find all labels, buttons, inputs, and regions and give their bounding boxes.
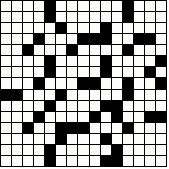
black-cell-r2c5 xyxy=(45,12,55,22)
black-cell-r7c10 xyxy=(101,67,111,77)
white-cell-r13c12[interactable] xyxy=(123,134,133,144)
black-cell-r4c9 xyxy=(90,34,100,44)
white-cell-r1c4[interactable] xyxy=(34,1,44,11)
white-cell-r8c7[interactable] xyxy=(67,78,77,88)
white-cell-r14c1[interactable] xyxy=(1,145,11,155)
white-cell-r1c3[interactable] xyxy=(23,1,33,11)
white-cell-r3c4[interactable] xyxy=(34,23,44,33)
white-cell-r6c3[interactable] xyxy=(23,56,33,66)
white-cell-r1c14[interactable] xyxy=(145,1,155,11)
white-cell-r8c5[interactable] xyxy=(45,78,55,88)
white-cell-r9c15[interactable] xyxy=(156,90,166,100)
white-cell-r13c9[interactable] xyxy=(90,134,100,144)
white-cell-r10c7[interactable] xyxy=(67,101,77,111)
white-cell-r2c13[interactable] xyxy=(134,12,144,22)
white-cell-r3c11[interactable] xyxy=(112,23,122,33)
black-cell-r2c12 xyxy=(123,12,133,22)
white-cell-r8c6[interactable] xyxy=(56,78,66,88)
black-cell-r14c5 xyxy=(45,145,55,155)
white-cell-r3c15[interactable] xyxy=(156,23,166,33)
white-cell-r2c6[interactable] xyxy=(56,12,66,22)
white-cell-r8c14[interactable] xyxy=(145,78,155,88)
white-cell-r7c8[interactable] xyxy=(78,67,88,77)
black-cell-r11c11 xyxy=(112,112,122,122)
black-cell-r9c1 xyxy=(1,90,11,100)
black-cell-r8c12 xyxy=(123,78,133,88)
white-cell-r1c6[interactable] xyxy=(56,1,66,11)
white-cell-r15c1[interactable] xyxy=(1,156,11,166)
white-cell-r3c2[interactable] xyxy=(12,23,22,33)
white-cell-r3c1[interactable] xyxy=(1,23,11,33)
black-cell-r10c11 xyxy=(112,101,122,111)
black-cell-r15c11 xyxy=(112,156,122,166)
white-cell-r11c7[interactable] xyxy=(67,112,77,122)
white-cell-r2c11[interactable] xyxy=(112,12,122,22)
white-cell-r10c15[interactable] xyxy=(156,101,166,111)
black-cell-r1c12 xyxy=(123,1,133,11)
white-cell-r5c14[interactable] xyxy=(145,45,155,55)
white-cell-r13c5[interactable] xyxy=(45,134,55,144)
white-cell-r3c8[interactable] xyxy=(78,23,88,33)
white-cell-r2c15[interactable] xyxy=(156,12,166,22)
white-cell-r5c6[interactable] xyxy=(56,45,66,55)
black-cell-r10c5 xyxy=(45,101,55,111)
white-cell-r15c7[interactable] xyxy=(67,156,77,166)
white-cell-r10c4[interactable] xyxy=(34,101,44,111)
white-cell-r1c10[interactable] xyxy=(101,1,111,11)
white-cell-r5c11[interactable] xyxy=(112,45,122,55)
black-cell-r15c10 xyxy=(101,156,111,166)
white-cell-r13c7[interactable] xyxy=(67,134,77,144)
white-cell-r4c3[interactable] xyxy=(23,34,33,44)
white-cell-r6c14[interactable] xyxy=(145,56,155,66)
white-cell-r13c14[interactable] xyxy=(145,134,155,144)
black-cell-r5c3 xyxy=(23,45,33,55)
white-cell-r11c1[interactable] xyxy=(1,112,11,122)
black-cell-r1c5 xyxy=(45,1,55,11)
black-cell-r3c6 xyxy=(56,23,66,33)
black-cell-r8c9 xyxy=(90,78,100,88)
black-cell-r4c8 xyxy=(78,34,88,44)
black-cell-r8c8 xyxy=(78,78,88,88)
white-cell-r11c12[interactable] xyxy=(123,112,133,122)
white-cell-r9c7[interactable] xyxy=(67,90,77,100)
white-cell-r3c12[interactable] xyxy=(123,23,133,33)
white-cell-r2c2[interactable] xyxy=(12,12,22,22)
white-cell-r5c13[interactable] xyxy=(134,45,144,55)
white-cell-r14c13[interactable] xyxy=(134,145,144,155)
white-cell-r3c14[interactable] xyxy=(145,23,155,33)
white-cell-r9c11[interactable] xyxy=(112,90,122,100)
black-cell-r13c6 xyxy=(56,134,66,144)
white-cell-r15c15[interactable] xyxy=(156,156,166,166)
black-cell-r11c14 xyxy=(145,112,155,122)
white-cell-r5c9[interactable] xyxy=(90,45,100,55)
white-cell-r5c10[interactable] xyxy=(101,45,111,55)
white-cell-r7c4[interactable] xyxy=(34,67,44,77)
black-cell-r6c15 xyxy=(156,56,166,66)
black-cell-r8c4 xyxy=(34,78,44,88)
white-cell-r15c14[interactable] xyxy=(145,156,155,166)
white-cell-r10c6[interactable] xyxy=(56,101,66,111)
crossword-page xyxy=(0,0,169,169)
white-cell-r3c13[interactable] xyxy=(134,23,144,33)
black-cell-r6c10 xyxy=(101,56,111,66)
white-cell-r12c11[interactable] xyxy=(112,123,122,133)
white-cell-r7c12[interactable] xyxy=(123,67,133,77)
white-cell-r14c12[interactable] xyxy=(123,145,133,155)
white-cell-r1c7[interactable] xyxy=(67,1,77,11)
white-cell-r2c8[interactable] xyxy=(78,12,88,22)
white-cell-r11c3[interactable] xyxy=(23,112,33,122)
white-cell-r4c12[interactable] xyxy=(123,34,133,44)
white-cell-r4c15[interactable] xyxy=(156,34,166,44)
black-cell-r7c5 xyxy=(45,67,55,77)
white-cell-r9c5[interactable] xyxy=(45,90,55,100)
white-cell-r13c8[interactable] xyxy=(78,134,88,144)
white-cell-r7c6[interactable] xyxy=(56,67,66,77)
black-cell-r4c14 xyxy=(145,34,155,44)
white-cell-r6c6[interactable] xyxy=(56,56,66,66)
black-cell-r6c5 xyxy=(45,56,55,66)
white-cell-r15c4[interactable] xyxy=(34,156,44,166)
white-cell-r7c2[interactable] xyxy=(12,67,22,77)
white-cell-r11c6[interactable] xyxy=(56,112,66,122)
white-cell-r13c3[interactable] xyxy=(23,134,33,144)
white-cell-r2c9[interactable] xyxy=(90,12,100,22)
white-cell-r14c8[interactable] xyxy=(78,145,88,155)
white-cell-r6c1[interactable] xyxy=(1,56,11,66)
white-cell-r6c9[interactable] xyxy=(90,56,100,66)
white-cell-r15c6[interactable] xyxy=(56,156,66,166)
white-cell-r15c8[interactable] xyxy=(78,156,88,166)
white-cell-r1c15[interactable] xyxy=(156,1,166,11)
white-cell-r12c5[interactable] xyxy=(45,123,55,133)
white-cell-r13c2[interactable] xyxy=(12,134,22,144)
black-cell-r5c12 xyxy=(123,45,133,55)
white-cell-r12c9[interactable] xyxy=(90,123,100,133)
white-cell-r2c4[interactable] xyxy=(34,12,44,22)
white-cell-r1c9[interactable] xyxy=(90,1,100,11)
white-cell-r8c1[interactable] xyxy=(1,78,11,88)
white-cell-r1c13[interactable] xyxy=(134,1,144,11)
white-cell-r7c1[interactable] xyxy=(1,67,11,77)
white-cell-r6c7[interactable] xyxy=(67,56,77,66)
white-cell-r12c13[interactable] xyxy=(134,123,144,133)
white-cell-r10c3[interactable] xyxy=(23,101,33,111)
white-cell-r1c2[interactable] xyxy=(12,1,22,11)
white-cell-r11c2[interactable] xyxy=(12,112,22,122)
black-cell-r13c10 xyxy=(101,134,111,144)
white-cell-r13c1[interactable] xyxy=(1,134,11,144)
white-cell-r15c3[interactable] xyxy=(23,156,33,166)
white-cell-r4c6[interactable] xyxy=(56,34,66,44)
white-cell-r9c10[interactable] xyxy=(101,90,111,100)
white-cell-r9c4[interactable] xyxy=(34,90,44,100)
white-cell-r4c2[interactable] xyxy=(12,34,22,44)
white-cell-r7c3[interactable] xyxy=(23,67,33,77)
black-cell-r4c4 xyxy=(34,34,44,44)
white-cell-r11c10[interactable] xyxy=(101,112,111,122)
black-cell-r3c10 xyxy=(101,23,111,33)
white-cell-r7c7[interactable] xyxy=(67,67,77,77)
white-cell-r9c9[interactable] xyxy=(90,90,100,100)
white-cell-r10c9[interactable] xyxy=(90,101,100,111)
white-cell-r6c8[interactable] xyxy=(78,56,88,66)
white-cell-r9c13[interactable] xyxy=(134,90,144,100)
white-cell-r14c3[interactable] xyxy=(23,145,33,155)
white-cell-r12c15[interactable] xyxy=(156,123,166,133)
black-cell-r10c10 xyxy=(101,101,111,111)
white-cell-r14c6[interactable] xyxy=(56,145,66,155)
white-cell-r6c13[interactable] xyxy=(134,56,144,66)
black-cell-r11c9 xyxy=(90,112,100,122)
black-cell-r8c15 xyxy=(156,78,166,88)
white-cell-r5c4[interactable] xyxy=(34,45,44,55)
white-cell-r3c3[interactable] xyxy=(23,23,33,33)
white-cell-r10c8[interactable] xyxy=(78,101,88,111)
white-cell-r4c7[interactable] xyxy=(67,34,77,44)
white-cell-r15c2[interactable] xyxy=(12,156,22,166)
white-cell-r15c13[interactable] xyxy=(134,156,144,166)
white-cell-r10c13[interactable] xyxy=(134,101,144,111)
white-cell-r12c1[interactable] xyxy=(1,123,11,133)
white-cell-r2c14[interactable] xyxy=(145,12,155,22)
black-cell-r4c13 xyxy=(134,34,144,44)
white-cell-r2c7[interactable] xyxy=(67,12,77,22)
black-cell-r15c5 xyxy=(45,156,55,166)
white-cell-r14c2[interactable] xyxy=(12,145,22,155)
white-cell-r7c15[interactable] xyxy=(156,67,166,77)
white-cell-r12c14[interactable] xyxy=(145,123,155,133)
white-cell-r2c10[interactable] xyxy=(101,12,111,22)
white-cell-r8c2[interactable] xyxy=(12,78,22,88)
white-cell-r5c15[interactable] xyxy=(156,45,166,55)
white-cell-r13c13[interactable] xyxy=(134,134,144,144)
white-cell-r4c5[interactable] xyxy=(45,34,55,44)
white-cell-r10c2[interactable] xyxy=(12,101,22,111)
white-cell-r14c4[interactable] xyxy=(34,145,44,155)
white-cell-r13c11[interactable] xyxy=(112,134,122,144)
black-cell-r14c11 xyxy=(112,145,122,155)
white-cell-r11c8[interactable] xyxy=(78,112,88,122)
white-cell-r2c3[interactable] xyxy=(23,12,33,22)
white-cell-r3c7[interactable] xyxy=(67,23,77,33)
white-cell-r4c1[interactable] xyxy=(1,34,11,44)
white-cell-r5c1[interactable] xyxy=(1,45,11,55)
white-cell-r3c9[interactable] xyxy=(90,23,100,33)
white-cell-r10c1[interactable] xyxy=(1,101,11,111)
white-cell-r6c4[interactable] xyxy=(34,56,44,66)
black-cell-r12c12 xyxy=(123,123,133,133)
white-cell-r6c12[interactable] xyxy=(123,56,133,66)
white-cell-r13c15[interactable] xyxy=(156,134,166,144)
white-cell-r9c14[interactable] xyxy=(145,90,155,100)
white-cell-r14c14[interactable] xyxy=(145,145,155,155)
black-cell-r11c4 xyxy=(34,112,44,122)
white-cell-r11c5[interactable] xyxy=(45,112,55,122)
white-cell-r1c8[interactable] xyxy=(78,1,88,11)
white-cell-r14c10[interactable] xyxy=(101,145,111,155)
white-cell-r10c12[interactable] xyxy=(123,101,133,111)
white-cell-r5c2[interactable] xyxy=(12,45,22,55)
crossword-grid xyxy=(0,0,167,167)
black-cell-r12c6 xyxy=(56,123,66,133)
white-cell-r2c1[interactable] xyxy=(1,12,11,22)
white-cell-r8c11[interactable] xyxy=(112,78,122,88)
white-cell-r9c8[interactable] xyxy=(78,90,88,100)
white-cell-r5c5[interactable] xyxy=(45,45,55,55)
white-cell-r1c11[interactable] xyxy=(112,1,122,11)
white-cell-r12c4[interactable] xyxy=(34,123,44,133)
white-cell-r11c13[interactable] xyxy=(134,112,144,122)
black-cell-r12c8 xyxy=(78,123,88,133)
white-cell-r1c1[interactable] xyxy=(1,1,11,11)
white-cell-r15c9[interactable] xyxy=(90,156,100,166)
white-cell-r7c11[interactable] xyxy=(112,67,122,77)
white-cell-r8c10[interactable] xyxy=(101,78,111,88)
white-cell-r14c15[interactable] xyxy=(156,145,166,155)
white-cell-r6c2[interactable] xyxy=(12,56,22,66)
white-cell-r12c2[interactable] xyxy=(12,123,22,133)
black-cell-r12c3 xyxy=(23,123,33,133)
black-cell-r5c7 xyxy=(67,45,77,55)
black-cell-r11c15 xyxy=(156,112,166,122)
white-cell-r14c9[interactable] xyxy=(90,145,100,155)
white-cell-r5c8[interactable] xyxy=(78,45,88,55)
white-cell-r8c3[interactable] xyxy=(23,78,33,88)
white-cell-r13c4[interactable] xyxy=(34,134,44,144)
white-cell-r7c9[interactable] xyxy=(90,67,100,77)
black-cell-r12c7 xyxy=(67,123,77,133)
white-cell-r9c3[interactable] xyxy=(23,90,33,100)
white-cell-r7c13[interactable] xyxy=(134,67,144,77)
black-cell-r9c6 xyxy=(56,90,66,100)
white-cell-r14c7[interactable] xyxy=(67,145,77,155)
black-cell-r9c12 xyxy=(123,90,133,100)
black-cell-r9c2 xyxy=(12,90,22,100)
white-cell-r6c11[interactable] xyxy=(112,56,122,66)
black-cell-r4c10 xyxy=(101,34,111,44)
white-cell-r4c11[interactable] xyxy=(112,34,122,44)
white-cell-r10c14[interactable] xyxy=(145,101,155,111)
black-cell-r7c14 xyxy=(145,67,155,77)
white-cell-r12c10[interactable] xyxy=(101,123,111,133)
white-cell-r15c12[interactable] xyxy=(123,156,133,166)
white-cell-r8c13[interactable] xyxy=(134,78,144,88)
white-cell-r3c5[interactable] xyxy=(45,23,55,33)
